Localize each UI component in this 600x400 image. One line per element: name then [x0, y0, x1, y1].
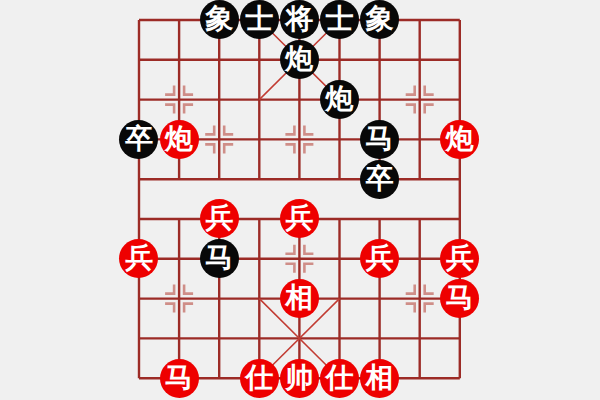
piece-red-soldier[interactable]: 兵	[360, 239, 399, 278]
piece-black-soldier[interactable]: 卒	[119, 120, 158, 159]
piece-red-advisor[interactable]: 仕	[320, 359, 359, 398]
piece-red-general[interactable]: 帅	[280, 359, 319, 398]
piece-black-elephant[interactable]: 象	[200, 0, 239, 39]
piece-red-soldier[interactable]: 兵	[200, 199, 239, 238]
pieces-layer: 象士将士象炮炮卒炮马炮卒兵兵兵马兵兵相马马仕帅仕相	[119, 0, 480, 398]
piece-black-elephant[interactable]: 象	[360, 0, 399, 39]
piece-red-elephant[interactable]: 相	[280, 279, 319, 318]
piece-black-cannon[interactable]: 炮	[320, 80, 359, 119]
piece-black-general[interactable]: 将	[280, 0, 319, 39]
piece-black-horse[interactable]: 马	[200, 239, 239, 278]
piece-red-elephant[interactable]: 相	[360, 359, 399, 398]
piece-red-soldier[interactable]: 兵	[440, 239, 479, 278]
piece-red-horse[interactable]: 马	[160, 359, 199, 398]
piece-black-cannon[interactable]: 炮	[280, 40, 319, 79]
piece-red-soldier[interactable]: 兵	[119, 239, 158, 278]
piece-black-advisor[interactable]: 士	[240, 0, 279, 39]
piece-black-advisor[interactable]: 士	[320, 0, 359, 39]
piece-black-horse[interactable]: 马	[360, 120, 399, 159]
piece-black-soldier[interactable]: 卒	[360, 160, 399, 199]
piece-red-horse[interactable]: 马	[440, 279, 479, 318]
piece-red-cannon[interactable]: 炮	[160, 120, 199, 159]
xiangqi-board: 象士将士象炮炮卒炮马炮卒兵兵兵马兵兵相马马仕帅仕相	[0, 0, 600, 400]
piece-red-soldier[interactable]: 兵	[280, 199, 319, 238]
piece-red-cannon[interactable]: 炮	[440, 120, 479, 159]
piece-red-advisor[interactable]: 仕	[240, 359, 279, 398]
